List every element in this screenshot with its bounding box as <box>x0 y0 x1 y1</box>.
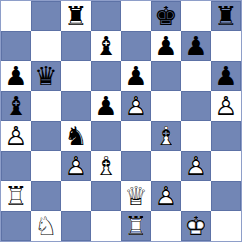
square-a1[interactable] <box>1 211 31 241</box>
white-pawn-piece: ♙ <box>211 91 241 121</box>
white-pawn-piece-fill: ♟ <box>181 151 211 181</box>
square-a8[interactable] <box>1 1 31 31</box>
square-b4[interactable] <box>31 121 61 151</box>
square-e7[interactable] <box>121 31 151 61</box>
square-d2[interactable] <box>91 181 121 211</box>
square-d6[interactable] <box>91 61 121 91</box>
square-a7[interactable] <box>1 31 31 61</box>
square-b8[interactable] <box>31 1 61 31</box>
black-rook-piece: ♜ <box>211 1 241 31</box>
white-knight-piece-fill: ♞ <box>31 211 61 241</box>
square-h2[interactable] <box>211 181 241 211</box>
square-f5[interactable] <box>151 91 181 121</box>
square-g4[interactable] <box>181 121 211 151</box>
square-h4[interactable] <box>211 121 241 151</box>
black-pawn-piece: ♟ <box>211 61 241 91</box>
white-pawn-piece-fill: ♟ <box>1 121 31 151</box>
square-d8[interactable] <box>91 1 121 31</box>
white-pawn-piece-fill: ♟ <box>121 91 151 121</box>
white-queen-piece-fill: ♛ <box>121 181 151 211</box>
square-h8[interactable]: ♜ <box>211 1 241 31</box>
white-pawn-piece: ♙ <box>181 151 211 181</box>
square-c5[interactable] <box>61 91 91 121</box>
square-c4[interactable]: ♞ <box>61 121 91 151</box>
white-rook-piece: ♖ <box>121 211 151 241</box>
white-knight-piece: ♘ <box>31 211 61 241</box>
square-e3[interactable] <box>121 151 151 181</box>
square-h7[interactable] <box>211 31 241 61</box>
square-b2[interactable] <box>31 181 61 211</box>
square-e8[interactable] <box>121 1 151 31</box>
black-pawn-piece: ♟ <box>91 91 121 121</box>
white-rook-piece: ♖ <box>1 181 31 211</box>
square-c1[interactable] <box>61 211 91 241</box>
white-bishop-piece: ♗ <box>91 151 121 181</box>
square-f6[interactable] <box>151 61 181 91</box>
square-g5[interactable] <box>181 91 211 121</box>
white-king-piece-fill: ♚ <box>181 211 211 241</box>
square-e1[interactable]: ♜♖ <box>121 211 151 241</box>
square-h6[interactable]: ♟ <box>211 61 241 91</box>
white-pawn-piece: ♙ <box>61 151 91 181</box>
white-bishop-piece-fill: ♝ <box>91 151 121 181</box>
black-king-piece: ♚ <box>151 1 181 31</box>
square-f1[interactable] <box>151 211 181 241</box>
square-d5[interactable]: ♟ <box>91 91 121 121</box>
white-rook-piece-fill: ♜ <box>1 181 31 211</box>
square-h3[interactable] <box>211 151 241 181</box>
square-g8[interactable] <box>181 1 211 31</box>
square-c8[interactable]: ♜ <box>61 1 91 31</box>
square-f2[interactable]: ♟♙ <box>151 181 181 211</box>
white-bishop-piece-fill: ♝ <box>151 121 181 151</box>
square-h1[interactable] <box>211 211 241 241</box>
square-a4[interactable]: ♟♙ <box>1 121 31 151</box>
square-a2[interactable]: ♜♖ <box>1 181 31 211</box>
square-a3[interactable] <box>1 151 31 181</box>
square-g6[interactable] <box>181 61 211 91</box>
square-b7[interactable] <box>31 31 61 61</box>
black-queen-piece: ♛ <box>31 61 61 91</box>
square-h5[interactable]: ♟♙ <box>211 91 241 121</box>
square-f8[interactable]: ♚ <box>151 1 181 31</box>
white-pawn-piece-fill: ♟ <box>151 181 181 211</box>
square-g2[interactable] <box>181 181 211 211</box>
white-queen-piece: ♕ <box>121 181 151 211</box>
square-g7[interactable]: ♟ <box>181 31 211 61</box>
square-e2[interactable]: ♛♕ <box>121 181 151 211</box>
square-g1[interactable]: ♚♔ <box>181 211 211 241</box>
square-d7[interactable]: ♝ <box>91 31 121 61</box>
white-rook-piece-fill: ♜ <box>121 211 151 241</box>
white-pawn-piece: ♙ <box>151 181 181 211</box>
square-d4[interactable] <box>91 121 121 151</box>
square-b6[interactable]: ♛ <box>31 61 61 91</box>
square-g3[interactable]: ♟♙ <box>181 151 211 181</box>
black-rook-piece: ♜ <box>61 1 91 31</box>
white-king-piece: ♔ <box>181 211 211 241</box>
white-pawn-piece-fill: ♟ <box>61 151 91 181</box>
white-pawn-piece-fill: ♟ <box>211 91 241 121</box>
square-c2[interactable] <box>61 181 91 211</box>
square-b5[interactable] <box>31 91 61 121</box>
black-bishop-piece: ♝ <box>1 91 31 121</box>
white-pawn-piece: ♙ <box>1 121 31 151</box>
chess-board: ♜♚♜♝♟♟♟♛♟♟♝♟♟♙♟♙♟♙♞♝♗♟♙♝♗♟♙♜♖♛♕♟♙♞♘♜♖♚♔ <box>0 0 242 242</box>
black-pawn-piece: ♟ <box>181 31 211 61</box>
square-c7[interactable] <box>61 31 91 61</box>
square-a6[interactable]: ♟ <box>1 61 31 91</box>
square-b3[interactable] <box>31 151 61 181</box>
black-pawn-piece: ♟ <box>121 61 151 91</box>
square-d3[interactable]: ♝♗ <box>91 151 121 181</box>
square-d1[interactable] <box>91 211 121 241</box>
square-a5[interactable]: ♝ <box>1 91 31 121</box>
white-pawn-piece: ♙ <box>121 91 151 121</box>
black-pawn-piece: ♟ <box>1 61 31 91</box>
square-c6[interactable] <box>61 61 91 91</box>
square-e4[interactable] <box>121 121 151 151</box>
black-pawn-piece: ♟ <box>151 31 181 61</box>
square-c3[interactable]: ♟♙ <box>61 151 91 181</box>
square-b1[interactable]: ♞♘ <box>31 211 61 241</box>
square-f3[interactable] <box>151 151 181 181</box>
black-knight-piece: ♞ <box>61 121 91 151</box>
square-e6[interactable]: ♟ <box>121 61 151 91</box>
square-f7[interactable]: ♟ <box>151 31 181 61</box>
square-e5[interactable]: ♟♙ <box>121 91 151 121</box>
square-f4[interactable]: ♝♗ <box>151 121 181 151</box>
black-bishop-piece: ♝ <box>91 31 121 61</box>
white-bishop-piece: ♗ <box>151 121 181 151</box>
